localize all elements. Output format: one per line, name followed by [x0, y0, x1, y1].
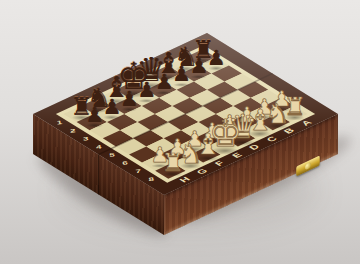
fold-seam-side: [98, 154, 99, 195]
brass-clasp-knob: [305, 162, 311, 171]
product-photo-wooden-chess-set: 12345678 HGFEDCBA ♜♞♟♟♝♛♟♚♟♝♟♞♟♟♜♜♟♟♟♟♞♟…: [0, 0, 360, 264]
